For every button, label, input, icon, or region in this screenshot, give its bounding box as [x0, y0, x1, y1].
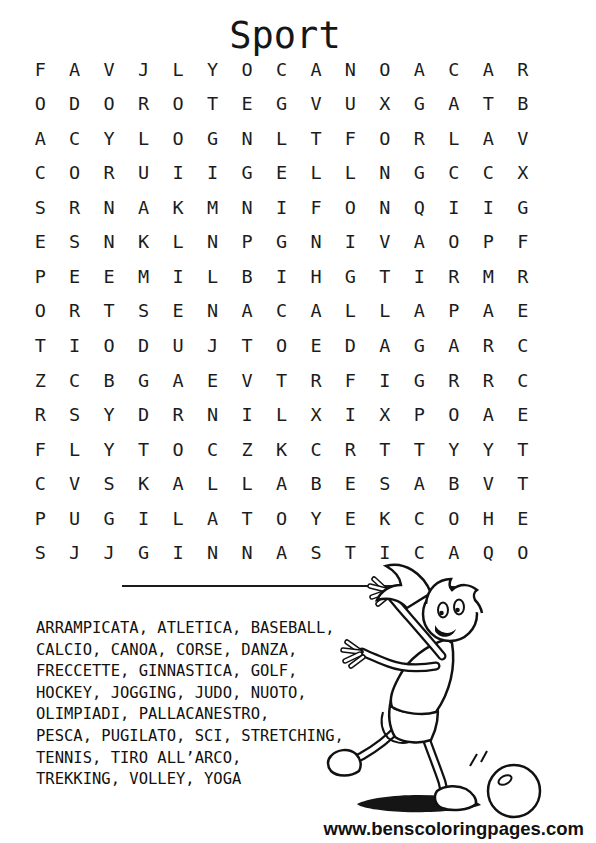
grid-cell: N	[299, 225, 333, 260]
grid-cell: C	[471, 156, 505, 191]
grid-cell: D	[126, 397, 160, 432]
grid-cell: U	[161, 328, 195, 363]
grid-cell: I	[57, 328, 91, 363]
grid-cell: B	[230, 259, 264, 294]
grid-cell: T	[471, 87, 505, 122]
grid-cell: E	[92, 259, 126, 294]
grid-cell: U	[333, 87, 367, 122]
grid-cell: O	[333, 190, 367, 225]
grid-cell: E	[299, 328, 333, 363]
grid-cell: G	[92, 501, 126, 536]
grid-cell: L	[161, 501, 195, 536]
grid-cell: R	[471, 363, 505, 398]
grid-cell: A	[368, 328, 402, 363]
kicking-girl-illustration	[315, 545, 580, 830]
grid-cell: Y	[92, 432, 126, 467]
grid-cell: M	[195, 190, 229, 225]
grid-cell: I	[471, 190, 505, 225]
grid-cell: L	[195, 259, 229, 294]
grid-cell: F	[506, 225, 540, 260]
grid-cell: D	[126, 328, 160, 363]
grid-cell: C	[57, 363, 91, 398]
ball	[488, 765, 540, 817]
grid-cell: L	[161, 225, 195, 260]
grid-cell: P	[23, 501, 57, 536]
grid-cell: J	[57, 535, 91, 570]
grid-cell: R	[333, 432, 367, 467]
back-shoe	[328, 750, 361, 775]
grid-cell: L	[437, 121, 471, 156]
grid-cell: A	[195, 501, 229, 536]
grid-cell: I	[230, 397, 264, 432]
grid-cell: P	[437, 294, 471, 329]
grid-cell: G	[264, 225, 298, 260]
grid-cell: N	[230, 121, 264, 156]
grid-cell: R	[506, 259, 540, 294]
grid-cell: O	[437, 397, 471, 432]
grid-cell: T	[195, 87, 229, 122]
grid-cell: L	[299, 156, 333, 191]
grid-cell: A	[437, 87, 471, 122]
grid-cell: F	[333, 363, 367, 398]
grid-cell: R	[299, 363, 333, 398]
grid-cell: V	[368, 225, 402, 260]
grid-cell: C	[23, 466, 57, 501]
grid-cell: O	[161, 121, 195, 156]
grid-cell: N	[195, 225, 229, 260]
grid-cell: R	[437, 363, 471, 398]
grid-cell: A	[161, 363, 195, 398]
grid-cell: K	[126, 466, 160, 501]
grid-cell: K	[161, 190, 195, 225]
grid-cell: V	[92, 52, 126, 87]
grid-cell: O	[230, 52, 264, 87]
grid-cell: E	[506, 501, 540, 536]
footer-url: www.benscoloringpages.com	[324, 818, 584, 840]
grid-cell: R	[161, 397, 195, 432]
grid-cell: O	[23, 294, 57, 329]
grid-cell: S	[126, 294, 160, 329]
grid-cell: E	[333, 501, 367, 536]
grid-cell: A	[471, 397, 505, 432]
grid-cell: Y	[299, 501, 333, 536]
grid-cell: X	[368, 397, 402, 432]
grid-cell: S	[23, 535, 57, 570]
grid-cell: R	[57, 190, 91, 225]
letter-grid: FAVJLYOCANOACARODOROTEGVUXGATBACYLOGNLTF…	[23, 52, 540, 570]
grid-cell: S	[92, 466, 126, 501]
grid-cell: C	[437, 156, 471, 191]
grid-cell: Y	[471, 432, 505, 467]
grid-cell: C	[195, 432, 229, 467]
grid-cell: B	[437, 466, 471, 501]
grid-cell: L	[161, 52, 195, 87]
grid-cell: Y	[195, 52, 229, 87]
grid-cell: V	[230, 363, 264, 398]
grid-cell: X	[506, 156, 540, 191]
grid-cell: N	[333, 52, 367, 87]
grid-cell: G	[506, 190, 540, 225]
grid-cell: N	[92, 190, 126, 225]
grid-cell: B	[92, 363, 126, 398]
grid-cell: O	[437, 501, 471, 536]
grid-cell: M	[471, 259, 505, 294]
grid-cell: R	[126, 87, 160, 122]
grid-cell: A	[471, 121, 505, 156]
grid-cell: L	[264, 397, 298, 432]
grid-cell: Y	[437, 432, 471, 467]
grid-cell: K	[368, 501, 402, 536]
grid-cell: G	[333, 259, 367, 294]
grid-cell: I	[333, 397, 367, 432]
grid-cell: G	[402, 363, 436, 398]
grid-cell: T	[230, 328, 264, 363]
grid-cell: Q	[402, 190, 436, 225]
grid-cell: L	[333, 294, 367, 329]
grid-cell: A	[161, 466, 195, 501]
grid-cell: A	[57, 52, 91, 87]
grid-cell: N	[230, 535, 264, 570]
grid-cell: D	[333, 328, 367, 363]
torso	[391, 639, 453, 714]
grid-cell: A	[264, 466, 298, 501]
grid-cell: T	[402, 432, 436, 467]
grid-cell: Z	[23, 363, 57, 398]
grid-cell: T	[264, 363, 298, 398]
grid-cell: V	[506, 121, 540, 156]
grid-cell: C	[23, 156, 57, 191]
grid-cell: A	[299, 294, 333, 329]
grid-cell: D	[57, 87, 91, 122]
grid-cell: A	[402, 294, 436, 329]
grid-cell: X	[368, 87, 402, 122]
grid-cell: O	[57, 156, 91, 191]
grid-cell: L	[333, 156, 367, 191]
grid-cell: A	[402, 225, 436, 260]
grid-cell: G	[264, 87, 298, 122]
grid-cell: A	[230, 294, 264, 329]
grid-cell: P	[402, 397, 436, 432]
grid-cell: F	[23, 432, 57, 467]
grid-cell: A	[437, 328, 471, 363]
grid-cell: L	[57, 432, 91, 467]
grid-cell: P	[471, 225, 505, 260]
grid-cell: T	[23, 328, 57, 363]
grid-cell: G	[402, 87, 436, 122]
grid-cell: I	[402, 259, 436, 294]
grid-cell: G	[126, 535, 160, 570]
grid-cell: F	[23, 52, 57, 87]
grid-cell: O	[92, 87, 126, 122]
grid-cell: R	[92, 156, 126, 191]
grid-cell: B	[506, 87, 540, 122]
grid-cell: O	[437, 225, 471, 260]
grid-cell: E	[506, 294, 540, 329]
grid-cell: K	[126, 225, 160, 260]
grid-cell: R	[23, 397, 57, 432]
grid-cell: R	[437, 259, 471, 294]
grid-cell: N	[368, 190, 402, 225]
grid-cell: B	[299, 466, 333, 501]
grid-cell: T	[126, 432, 160, 467]
front-shoe	[435, 786, 476, 810]
grid-cell: I	[161, 535, 195, 570]
grid-cell: J	[195, 328, 229, 363]
grid-cell: I	[264, 190, 298, 225]
grid-cell: I	[161, 156, 195, 191]
grid-cell: A	[126, 190, 160, 225]
grid-cell: O	[161, 87, 195, 122]
grid-cell: G	[230, 156, 264, 191]
grid-cell: E	[506, 397, 540, 432]
grid-cell: G	[402, 156, 436, 191]
grid-cell: T	[230, 501, 264, 536]
grid-cell: R	[506, 52, 540, 87]
grid-cell: C	[264, 294, 298, 329]
grid-cell: O	[368, 52, 402, 87]
grid-cell: U	[126, 156, 160, 191]
grid-cell: N	[195, 294, 229, 329]
grid-cell: C	[57, 121, 91, 156]
grid-cell: Y	[92, 397, 126, 432]
grid-cell: Z	[230, 432, 264, 467]
grid-cell: A	[471, 52, 505, 87]
grid-cell: H	[471, 501, 505, 536]
grid-cell: L	[264, 121, 298, 156]
grid-cell: N	[368, 156, 402, 191]
grid-cell: L	[368, 294, 402, 329]
grid-cell: E	[230, 87, 264, 122]
grid-cell: O	[92, 328, 126, 363]
grid-cell: N	[195, 397, 229, 432]
grid-cell: E	[264, 156, 298, 191]
grid-cell: M	[126, 259, 160, 294]
grid-cell: C	[402, 501, 436, 536]
grid-cell: E	[23, 225, 57, 260]
grid-cell: N	[92, 225, 126, 260]
grid-cell: O	[264, 328, 298, 363]
grid-cell: I	[126, 501, 160, 536]
grid-cell: O	[264, 501, 298, 536]
grid-cell: I	[195, 156, 229, 191]
grid-cell: N	[230, 190, 264, 225]
grid-cell: R	[57, 294, 91, 329]
grid-cell: J	[126, 52, 160, 87]
grid-cell: V	[57, 466, 91, 501]
grid-cell: R	[402, 121, 436, 156]
grid-cell: A	[23, 121, 57, 156]
grid-cell: V	[299, 87, 333, 122]
grid-cell: E	[57, 259, 91, 294]
grid-cell: O	[23, 87, 57, 122]
grid-cell: R	[471, 328, 505, 363]
grid-cell: X	[299, 397, 333, 432]
grid-cell: T	[506, 432, 540, 467]
grid-cell: T	[299, 121, 333, 156]
grid-cell: C	[437, 52, 471, 87]
grid-cell: C	[506, 363, 540, 398]
grid-cell: F	[333, 121, 367, 156]
grid-cell: I	[333, 225, 367, 260]
page-root: Sport FAVJLYOCANOACARODOROTEGVUXGATBACYL…	[0, 0, 596, 843]
grid-cell: C	[299, 432, 333, 467]
grid-cell: T	[92, 294, 126, 329]
grid-cell: G	[402, 328, 436, 363]
grid-cell: A	[264, 535, 298, 570]
grid-cell: J	[92, 535, 126, 570]
puzzle-title: Sport	[0, 14, 570, 57]
grid-cell: I	[161, 259, 195, 294]
grid-cell: T	[506, 466, 540, 501]
grid-cell: G	[195, 121, 229, 156]
grid-cell: O	[368, 121, 402, 156]
grid-cell: A	[471, 294, 505, 329]
grid-cell: I	[368, 363, 402, 398]
grid-cell: A	[402, 52, 436, 87]
grid-cell: U	[57, 501, 91, 536]
grid-cell: E	[161, 294, 195, 329]
grid-cell: L	[126, 121, 160, 156]
grid-cell: F	[299, 190, 333, 225]
grid-cell: P	[23, 259, 57, 294]
grid-cell: A	[402, 466, 436, 501]
grid-cell: K	[264, 432, 298, 467]
grid-cell: S	[57, 225, 91, 260]
grid-cell: E	[333, 466, 367, 501]
grid-cell: O	[161, 432, 195, 467]
grid-cell: E	[195, 363, 229, 398]
grid-cell: H	[299, 259, 333, 294]
grid-cell: S	[368, 466, 402, 501]
grid-cell: C	[264, 52, 298, 87]
grid-cell: Y	[92, 121, 126, 156]
grid-cell: S	[57, 397, 91, 432]
grid-cell: T	[368, 259, 402, 294]
grid-cell: T	[368, 432, 402, 467]
grid-cell: L	[230, 466, 264, 501]
grid-cell: G	[126, 363, 160, 398]
grid-cell: I	[437, 190, 471, 225]
grid-cell: C	[506, 328, 540, 363]
grid-cell: A	[299, 52, 333, 87]
grid-cell: S	[23, 190, 57, 225]
grid-cell: V	[471, 466, 505, 501]
grid-cell: I	[264, 259, 298, 294]
grid-cell: L	[195, 466, 229, 501]
grid-cell: P	[230, 225, 264, 260]
grid-cell: N	[195, 535, 229, 570]
